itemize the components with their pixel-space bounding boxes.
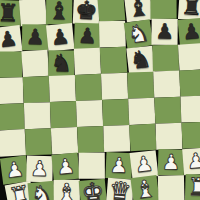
square-b5[interactable] — [23, 76, 50, 103]
square-a8[interactable]: ♜ — [0, 0, 21, 27]
black-pawn[interactable]: ♟ — [0, 26, 19, 54]
black-pawn[interactable]: ♟ — [78, 23, 97, 50]
square-f6[interactable]: ♞ — [126, 46, 155, 75]
square-e6[interactable] — [100, 46, 128, 74]
square-e7[interactable] — [99, 21, 126, 48]
white-rook[interactable]: ♜ — [187, 174, 200, 200]
square-a4[interactable] — [0, 103, 25, 130]
square-f3[interactable] — [129, 124, 157, 152]
square-h3[interactable] — [181, 122, 200, 149]
black-pawn[interactable]: ♟ — [155, 19, 174, 45]
square-f4[interactable] — [128, 98, 155, 125]
square-c5[interactable] — [49, 75, 76, 102]
square-d8[interactable]: ♚ — [73, 0, 100, 25]
square-d3[interactable] — [77, 126, 104, 153]
square-a6[interactable] — [0, 51, 22, 77]
black-pawn[interactable]: ♟ — [50, 23, 71, 51]
square-h4[interactable] — [181, 96, 200, 123]
square-h6[interactable] — [178, 43, 200, 71]
square-h5[interactable] — [179, 69, 200, 96]
white-pawn[interactable]: ♟ — [161, 149, 180, 176]
square-f1[interactable]: ♝ — [130, 175, 159, 200]
black-knight[interactable]: ♞ — [129, 46, 153, 74]
square-b3[interactable] — [25, 128, 52, 155]
white-pawn[interactable]: ♟ — [30, 156, 49, 183]
black-king[interactable]: ♚ — [75, 0, 99, 25]
square-d5[interactable] — [75, 74, 102, 101]
square-h7[interactable]: ♟ — [178, 18, 200, 46]
square-e8[interactable] — [97, 0, 125, 22]
white-queen[interactable]: ♛ — [108, 178, 133, 200]
square-b7[interactable]: ♟ — [22, 24, 48, 50]
black-rook[interactable]: ♜ — [0, 0, 19, 27]
square-c8[interactable]: ♝ — [46, 0, 72, 24]
square-d2[interactable] — [79, 153, 105, 179]
square-d1[interactable]: ♚ — [79, 179, 107, 200]
square-c7[interactable]: ♟ — [46, 23, 74, 51]
square-h2[interactable]: ♟ — [182, 147, 200, 175]
square-g8[interactable] — [150, 0, 176, 19]
black-bishop[interactable]: ♝ — [48, 0, 70, 24]
square-c3[interactable] — [51, 127, 78, 154]
chess-board: ♜♝♚♝♜♟♟♟♟♞♟♟♞♞♟♟♟♟♟♟♟♜♞♝♚♛♝♜ — [0, 0, 200, 200]
square-d6[interactable] — [74, 48, 101, 75]
app-background: { "game": "chess", "board_theme": { "lig… — [0, 0, 200, 200]
white-pawn[interactable]: ♟ — [55, 153, 76, 181]
square-g4[interactable] — [154, 97, 181, 124]
square-e5[interactable] — [101, 73, 128, 100]
white-bishop[interactable]: ♝ — [56, 180, 78, 200]
square-a3[interactable] — [0, 129, 26, 157]
square-b2[interactable]: ♟ — [26, 156, 53, 183]
white-pawn[interactable]: ♟ — [186, 148, 200, 175]
board-tilt-wrapper: ♜♝♚♝♜♟♟♟♟♞♟♟♞♞♟♟♟♟♟♟♟♜♞♝♚♛♝♜ — [0, 0, 200, 200]
square-b8[interactable] — [19, 0, 47, 26]
black-knight[interactable]: ♞ — [50, 50, 72, 76]
square-d4[interactable] — [76, 100, 103, 127]
black-pawn[interactable]: ♟ — [26, 24, 45, 50]
square-g2[interactable]: ♟ — [158, 149, 185, 176]
square-h1[interactable]: ♜ — [185, 174, 200, 200]
square-g1[interactable] — [158, 175, 185, 200]
square-c2[interactable]: ♟ — [51, 153, 79, 181]
white-king[interactable]: ♚ — [80, 179, 105, 200]
square-b4[interactable] — [24, 102, 51, 129]
square-d7[interactable]: ♟ — [74, 23, 101, 50]
square-c6[interactable]: ♞ — [48, 50, 74, 76]
square-c4[interactable] — [50, 101, 77, 128]
square-g6[interactable] — [152, 45, 179, 72]
square-a7[interactable]: ♟ — [0, 25, 22, 54]
square-b1[interactable]: ♞ — [28, 181, 56, 200]
square-g5[interactable] — [153, 71, 180, 98]
square-b6[interactable] — [21, 50, 49, 78]
square-a5[interactable] — [0, 77, 24, 104]
square-c1[interactable]: ♝ — [54, 180, 80, 200]
square-e4[interactable] — [102, 99, 129, 126]
square-e3[interactable] — [103, 125, 130, 152]
square-f5[interactable] — [127, 72, 154, 99]
square-g7[interactable]: ♟ — [151, 19, 177, 45]
white-knight[interactable]: ♞ — [30, 181, 54, 200]
black-pawn[interactable]: ♟ — [181, 18, 200, 46]
white-bishop[interactable]: ♝ — [133, 175, 158, 200]
square-g3[interactable] — [155, 123, 182, 150]
white-pawn[interactable]: ♟ — [4, 156, 26, 184]
